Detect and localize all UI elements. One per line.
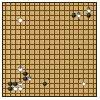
black-stone — [86, 13, 91, 18]
black-stone — [23, 72, 28, 77]
stone-label: 12 — [19, 82, 22, 85]
white-stone: 12 — [18, 82, 23, 87]
white-stone: 14 — [28, 77, 33, 82]
black-stone — [8, 86, 13, 91]
intersection[interactable]: 16 — [76, 13, 81, 18]
intersection[interactable] — [18, 86, 23, 91]
intersection[interactable] — [91, 91, 96, 96]
white-stone: 8 — [18, 67, 23, 72]
stone-label: 16 — [77, 14, 80, 17]
white-stone — [13, 86, 18, 91]
black-stone — [13, 82, 18, 87]
white-stone — [18, 18, 23, 23]
black-stone — [8, 82, 13, 87]
stone-label: 18 — [87, 9, 90, 12]
intersection[interactable]: 8 — [18, 67, 23, 72]
intersection[interactable] — [42, 81, 47, 86]
white-stone — [18, 86, 23, 91]
white-stone: 18 — [86, 8, 91, 13]
intersection[interactable]: 14 — [27, 76, 32, 81]
white-stone — [82, 82, 87, 87]
black-stone — [42, 82, 47, 87]
intersection[interactable] — [81, 81, 86, 86]
stone-label: 14 — [28, 78, 31, 81]
stone-label: 8 — [19, 68, 20, 71]
intersection[interactable] — [86, 13, 91, 18]
white-stone: 16 — [77, 13, 82, 18]
black-stone — [23, 77, 28, 82]
intersection[interactable] — [18, 18, 23, 23]
black-stone — [72, 13, 77, 18]
go-board: 181681412 — [2, 2, 97, 97]
board-grid: 181681412 — [3, 3, 96, 96]
